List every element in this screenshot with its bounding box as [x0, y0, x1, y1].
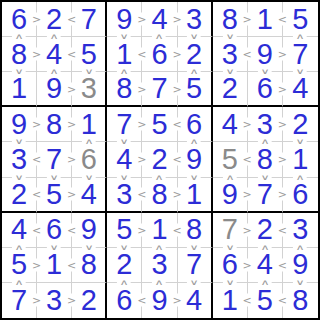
solved-digit: 4 — [222, 110, 238, 139]
top-less-sign: ∧ — [12, 278, 26, 286]
solved-digit: 7 — [257, 180, 273, 209]
solved-digit: 3 — [257, 110, 273, 139]
top-greater-sign: ∨ — [293, 68, 307, 76]
cell-r9c3[interactable]: 2 — [72, 283, 107, 318]
solved-digit: 6 — [186, 110, 202, 139]
top-less-sign: ∧ — [223, 173, 237, 181]
greater-than-sign: > — [278, 188, 287, 201]
greater-than-sign: > — [32, 258, 41, 271]
cell-r2c2[interactable]: 4<∧ — [37, 37, 72, 72]
top-greater-sign: ∨ — [117, 173, 131, 181]
top-less-sign: ∧ — [293, 243, 307, 251]
top-greater-sign: ∨ — [82, 173, 96, 181]
top-less-sign: ∧ — [152, 33, 166, 41]
cell-r9c9[interactable]: 8 — [283, 283, 318, 318]
cell-r3c6[interactable]: 5 — [178, 72, 213, 107]
solved-digit: 2 — [151, 145, 167, 174]
solved-digit: 3 — [292, 215, 308, 244]
solved-digit: 9 — [292, 250, 308, 279]
cell-r4c5[interactable]: 5< — [142, 107, 177, 142]
solved-digit: 7 — [116, 110, 132, 139]
cell-r4c1[interactable]: 9>∨ — [2, 107, 37, 142]
cell-r7c1[interactable]: 4<∧ — [2, 213, 37, 248]
cell-r7c2[interactable]: 6<∨ — [37, 213, 72, 248]
solved-digit: 9 — [257, 40, 273, 69]
solved-digit: 2 — [186, 40, 202, 69]
solved-digit: 6 — [292, 180, 308, 209]
solved-digit: 7 — [81, 5, 97, 34]
cell-r6c6[interactable]: 1 — [178, 178, 213, 213]
cell-r6c8[interactable]: 7> — [248, 178, 283, 213]
cell-r5c3[interactable]: 6∨ — [72, 142, 107, 177]
cell-r6c3[interactable]: 4 — [72, 178, 107, 213]
solved-digit: 3 — [46, 286, 62, 315]
solved-digit: 5 — [11, 250, 27, 279]
greater-than-sign: > — [67, 294, 76, 307]
solved-digit: 1 — [292, 145, 308, 174]
solved-digit: 4 — [116, 145, 132, 174]
greater-than-sign: > — [32, 294, 41, 307]
cell-r1c7[interactable]: 8>∨ — [213, 2, 248, 37]
cell-r3c4[interactable]: 8> — [107, 72, 142, 107]
solved-digit: 5 — [292, 5, 308, 34]
cell-r3c1[interactable]: 1 — [2, 72, 37, 107]
top-greater-sign: ∨ — [187, 278, 201, 286]
greater-than-sign: > — [137, 82, 146, 95]
solved-digit: 5 — [257, 286, 273, 315]
less-than-sign: < — [67, 13, 76, 26]
solved-digit: 4 — [151, 5, 167, 34]
solved-digit: 5 — [151, 110, 167, 139]
solved-digit: 8 — [222, 5, 238, 34]
top-greater-sign: ∨ — [82, 68, 96, 76]
top-less-sign: ∧ — [293, 173, 307, 181]
cell-r4c7[interactable]: 4> — [213, 107, 248, 142]
top-greater-sign: ∨ — [258, 173, 272, 181]
cell-r8c1[interactable]: 5>∧ — [2, 248, 37, 283]
greater-than-sign: > — [172, 188, 181, 201]
greater-than-sign: > — [278, 82, 287, 95]
cell-r1c9[interactable]: 5∧ — [283, 2, 318, 37]
sudoku-board: 6>∧2<∧79>∨4>∧3∨8>∨1<5∧8>∨4<∧5∨1<∧6>2∧3<∨… — [0, 0, 320, 320]
solved-digit: 7 — [292, 40, 308, 69]
solved-digit: 6 — [151, 40, 167, 69]
cell-r1c6[interactable]: 3∨ — [178, 2, 213, 37]
greater-than-sign: > — [67, 153, 76, 166]
cell-r2c6[interactable]: 2∧ — [178, 37, 213, 72]
top-greater-sign: ∨ — [258, 68, 272, 76]
cell-r5c5[interactable]: 2<∧ — [142, 142, 177, 177]
top-less-sign: ∧ — [12, 33, 26, 41]
less-than-sign: < — [67, 48, 76, 61]
greater-than-sign: > — [32, 118, 41, 131]
cell-r2c7[interactable]: 3<∨ — [213, 37, 248, 72]
cell-r6c4[interactable]: 3< — [107, 178, 142, 213]
solved-digit: 8 — [11, 40, 27, 69]
greater-than-sign: > — [172, 294, 181, 307]
less-than-sign: < — [278, 13, 287, 26]
top-less-sign: ∧ — [47, 68, 61, 76]
greater-than-sign: > — [67, 188, 76, 201]
cell-r4c8[interactable]: 3>∧ — [248, 107, 283, 142]
cell-r5c2[interactable]: 7>∨ — [37, 142, 72, 177]
cell-r1c8[interactable]: 1< — [248, 2, 283, 37]
cell-r8c9[interactable]: 9∨ — [283, 248, 318, 283]
less-than-sign: < — [278, 294, 287, 307]
solved-digit: 8 — [116, 74, 132, 103]
solved-digit: 8 — [186, 215, 202, 244]
solved-digit: 1 — [116, 40, 132, 69]
solved-digit: 2 — [292, 110, 308, 139]
solved-digit: 7 — [186, 250, 202, 279]
cell-r7c3[interactable]: 9∨ — [72, 213, 107, 248]
cell-r4c4[interactable]: 7>∨ — [107, 107, 142, 142]
less-than-sign: < — [137, 188, 146, 201]
top-less-sign: ∧ — [117, 278, 131, 286]
solved-digit: 1 — [11, 74, 27, 103]
top-less-sign: ∧ — [258, 138, 272, 146]
cell-r8c5[interactable]: 3∧ — [142, 248, 177, 283]
top-greater-sign: ∨ — [82, 243, 96, 251]
solved-digit: 6 — [116, 286, 132, 315]
top-less-sign: ∧ — [12, 243, 26, 251]
less-than-sign: < — [67, 223, 76, 236]
less-than-sign: < — [172, 153, 181, 166]
less-than-sign: < — [243, 294, 252, 307]
solved-digit: 3 — [186, 5, 202, 34]
top-greater-sign: ∨ — [47, 243, 61, 251]
top-less-sign: ∧ — [152, 173, 166, 181]
solved-digit: 9 — [186, 145, 202, 174]
cell-r6c7[interactable]: 9> — [213, 178, 248, 213]
solved-digit: 6 — [11, 5, 27, 34]
solved-digit: 2 — [46, 5, 62, 34]
cell-r9c4[interactable]: 6< — [107, 283, 142, 318]
greater-than-sign: > — [278, 153, 287, 166]
less-than-sign: < — [67, 258, 76, 271]
solved-digit: 1 — [151, 215, 167, 244]
cell-r3c5[interactable]: 7> — [142, 72, 177, 107]
cell-r2c1[interactable]: 8>∨ — [2, 37, 37, 72]
top-less-sign: ∧ — [152, 243, 166, 251]
top-greater-sign: ∨ — [223, 68, 237, 76]
solved-digit: 9 — [116, 5, 132, 34]
top-greater-sign: ∨ — [187, 33, 201, 41]
cell-r7c4[interactable]: 5>∨ — [107, 213, 142, 248]
less-than-sign: < — [278, 258, 287, 271]
solved-digit: 1 — [222, 286, 238, 315]
less-than-sign: < — [172, 118, 181, 131]
cell-r9c7[interactable]: 1< — [213, 283, 248, 318]
top-greater-sign: ∨ — [223, 278, 237, 286]
top-less-sign: ∧ — [82, 138, 96, 146]
solved-digit: 8 — [46, 110, 62, 139]
solved-digit: 4 — [46, 40, 62, 69]
solved-digit: 2 — [81, 286, 97, 315]
solved-digit: 5 — [186, 74, 202, 103]
greater-than-sign: > — [137, 223, 146, 236]
solved-digit: 2 — [116, 250, 132, 279]
cell-r3c3[interactable]: 3 — [72, 72, 107, 107]
greater-than-sign: > — [137, 153, 146, 166]
cell-r2c5[interactable]: 6> — [142, 37, 177, 72]
greater-than-sign: > — [278, 118, 287, 131]
solved-digit: 2 — [222, 74, 238, 103]
greater-than-sign: > — [243, 13, 252, 26]
solved-digit: 4 — [81, 180, 97, 209]
less-than-sign: < — [32, 188, 41, 201]
cell-r4c9[interactable]: 2∨ — [283, 107, 318, 142]
cell-r2c9[interactable]: 7∨ — [283, 37, 318, 72]
cell-r6c2[interactable]: 5> — [37, 178, 72, 213]
solved-digit: 9 — [151, 286, 167, 315]
cell-r6c1[interactable]: 2< — [2, 178, 37, 213]
greater-than-sign: > — [67, 118, 76, 131]
top-greater-sign: ∨ — [12, 173, 26, 181]
cell-r7c6[interactable]: 8∨ — [178, 213, 213, 248]
top-greater-sign: ∨ — [293, 138, 307, 146]
greater-than-sign: > — [172, 13, 181, 26]
greater-than-sign: > — [172, 48, 181, 61]
cell-r9c8[interactable]: 5< — [248, 283, 283, 318]
cell-r9c1[interactable]: 7> — [2, 283, 37, 318]
solved-digit: 4 — [257, 250, 273, 279]
less-than-sign: < — [32, 223, 41, 236]
cell-r8c4[interactable]: 2∧ — [107, 248, 142, 283]
top-less-sign: ∧ — [117, 68, 131, 76]
cell-r3c8[interactable]: 6> — [248, 72, 283, 107]
greater-than-sign: > — [32, 13, 41, 26]
top-less-sign: ∧ — [293, 33, 307, 41]
solved-digit: 9 — [46, 74, 62, 103]
cell-r5c7[interactable]: 5<∧ — [213, 142, 248, 177]
cell-r5c9[interactable]: 1∧ — [283, 142, 318, 177]
solved-digit: 9 — [11, 110, 27, 139]
cell-r6c5[interactable]: 8> — [142, 178, 177, 213]
cell-r5c6[interactable]: 9∨ — [178, 142, 213, 177]
solved-digit: 4 — [11, 215, 27, 244]
solved-digit: 2 — [257, 215, 273, 244]
less-than-sign: < — [32, 153, 41, 166]
solved-digit: 3 — [11, 145, 27, 174]
greater-than-sign: > — [243, 223, 252, 236]
top-greater-sign: ∨ — [223, 33, 237, 41]
cell-r4c3[interactable]: 1∧ — [72, 107, 107, 142]
less-than-sign: < — [172, 223, 181, 236]
greater-than-sign: > — [172, 82, 181, 95]
cell-r4c6[interactable]: 6∧ — [178, 107, 213, 142]
given-digit: 5 — [222, 145, 238, 174]
solved-digit: 7 — [151, 74, 167, 103]
cell-r7c9[interactable]: 3∧ — [283, 213, 318, 248]
cell-r1c4[interactable]: 9>∨ — [107, 2, 142, 37]
cell-r5c1[interactable]: 3<∨ — [2, 142, 37, 177]
solved-digit: 8 — [151, 180, 167, 209]
cell-r5c4[interactable]: 4>∨ — [107, 142, 142, 177]
cell-r1c2[interactable]: 2<∧ — [37, 2, 72, 37]
cell-r9c2[interactable]: 3> — [37, 283, 72, 318]
cell-r9c5[interactable]: 9> — [142, 283, 177, 318]
cell-r3c9[interactable]: 4 — [283, 72, 318, 107]
top-greater-sign: ∨ — [117, 243, 131, 251]
cell-r2c4[interactable]: 1<∧ — [107, 37, 142, 72]
cell-r6c9[interactable]: 6 — [283, 178, 318, 213]
cell-r2c8[interactable]: 9>∨ — [248, 37, 283, 72]
top-greater-sign: ∨ — [187, 173, 201, 181]
cell-r8c2[interactable]: 1< — [37, 248, 72, 283]
solved-digit: 7 — [46, 145, 62, 174]
solved-digit: 1 — [257, 5, 273, 34]
cell-r1c3[interactable]: 7 — [72, 2, 107, 37]
cell-r4c2[interactable]: 8> — [37, 107, 72, 142]
cell-r7c7[interactable]: 7>∨ — [213, 213, 248, 248]
solved-digit: 3 — [116, 180, 132, 209]
solved-digit: 1 — [81, 110, 97, 139]
cell-r5c8[interactable]: 8>∨ — [248, 142, 283, 177]
solved-digit: 6 — [257, 74, 273, 103]
greater-than-sign: > — [137, 118, 146, 131]
solved-digit: 8 — [257, 145, 273, 174]
cell-r1c5[interactable]: 4>∧ — [142, 2, 177, 37]
cell-r1c1[interactable]: 6>∧ — [2, 2, 37, 37]
solved-digit: 4 — [292, 74, 308, 103]
solved-digit: 4 — [186, 286, 202, 315]
solved-digit: 8 — [292, 286, 308, 315]
solved-digit: 9 — [81, 215, 97, 244]
solved-digit: 5 — [46, 180, 62, 209]
top-greater-sign: ∨ — [12, 138, 26, 146]
given-digit: 7 — [222, 215, 238, 244]
solved-digit: 6 — [46, 215, 62, 244]
greater-than-sign: > — [243, 118, 252, 131]
less-than-sign: < — [243, 48, 252, 61]
cell-r8c6[interactable]: 7∨ — [178, 248, 213, 283]
top-greater-sign: ∨ — [293, 278, 307, 286]
solved-digit: 7 — [11, 286, 27, 315]
less-than-sign: < — [137, 48, 146, 61]
top-greater-sign: ∨ — [47, 173, 61, 181]
solved-digit: 5 — [116, 215, 132, 244]
cell-r3c7[interactable]: 2 — [213, 72, 248, 107]
given-digit: 3 — [81, 74, 97, 103]
solved-digit: 5 — [81, 40, 97, 69]
solved-digit: 8 — [81, 250, 97, 279]
cell-r2c3[interactable]: 5∨ — [72, 37, 107, 72]
greater-than-sign: > — [243, 258, 252, 271]
top-greater-sign: ∨ — [12, 68, 26, 76]
given-digit: 6 — [81, 145, 97, 174]
greater-than-sign: > — [278, 48, 287, 61]
greater-than-sign: > — [32, 48, 41, 61]
top-less-sign: ∧ — [258, 278, 272, 286]
cell-r7c8[interactable]: 2<∧ — [248, 213, 283, 248]
less-than-sign: < — [243, 153, 252, 166]
cell-r7c5[interactable]: 1<∧ — [142, 213, 177, 248]
less-than-sign: < — [137, 294, 146, 307]
top-less-sign: ∧ — [258, 243, 272, 251]
top-less-sign: ∧ — [152, 278, 166, 286]
less-than-sign: < — [278, 223, 287, 236]
greater-than-sign: > — [67, 82, 76, 95]
top-greater-sign: ∨ — [223, 243, 237, 251]
cell-r9c6[interactable]: 4 — [178, 283, 213, 318]
solved-digit: 9 — [222, 180, 238, 209]
cell-r8c8[interactable]: 4<∧ — [248, 248, 283, 283]
solved-digit: 1 — [46, 250, 62, 279]
solved-digit: 3 — [151, 250, 167, 279]
top-less-sign: ∧ — [187, 68, 201, 76]
solved-digit: 1 — [186, 180, 202, 209]
top-less-sign: ∧ — [187, 138, 201, 146]
greater-than-sign: > — [137, 13, 146, 26]
top-greater-sign: ∨ — [187, 243, 201, 251]
top-greater-sign: ∨ — [117, 33, 131, 41]
solved-digit: 2 — [11, 180, 27, 209]
cell-r8c7[interactable]: 6>∨ — [213, 248, 248, 283]
solved-digit: 3 — [222, 40, 238, 69]
cell-r8c3[interactable]: 8 — [72, 248, 107, 283]
greater-than-sign: > — [243, 188, 252, 201]
top-greater-sign: ∨ — [117, 138, 131, 146]
solved-digit: 6 — [222, 250, 238, 279]
top-less-sign: ∧ — [47, 33, 61, 41]
cell-r3c2[interactable]: 9> — [37, 72, 72, 107]
